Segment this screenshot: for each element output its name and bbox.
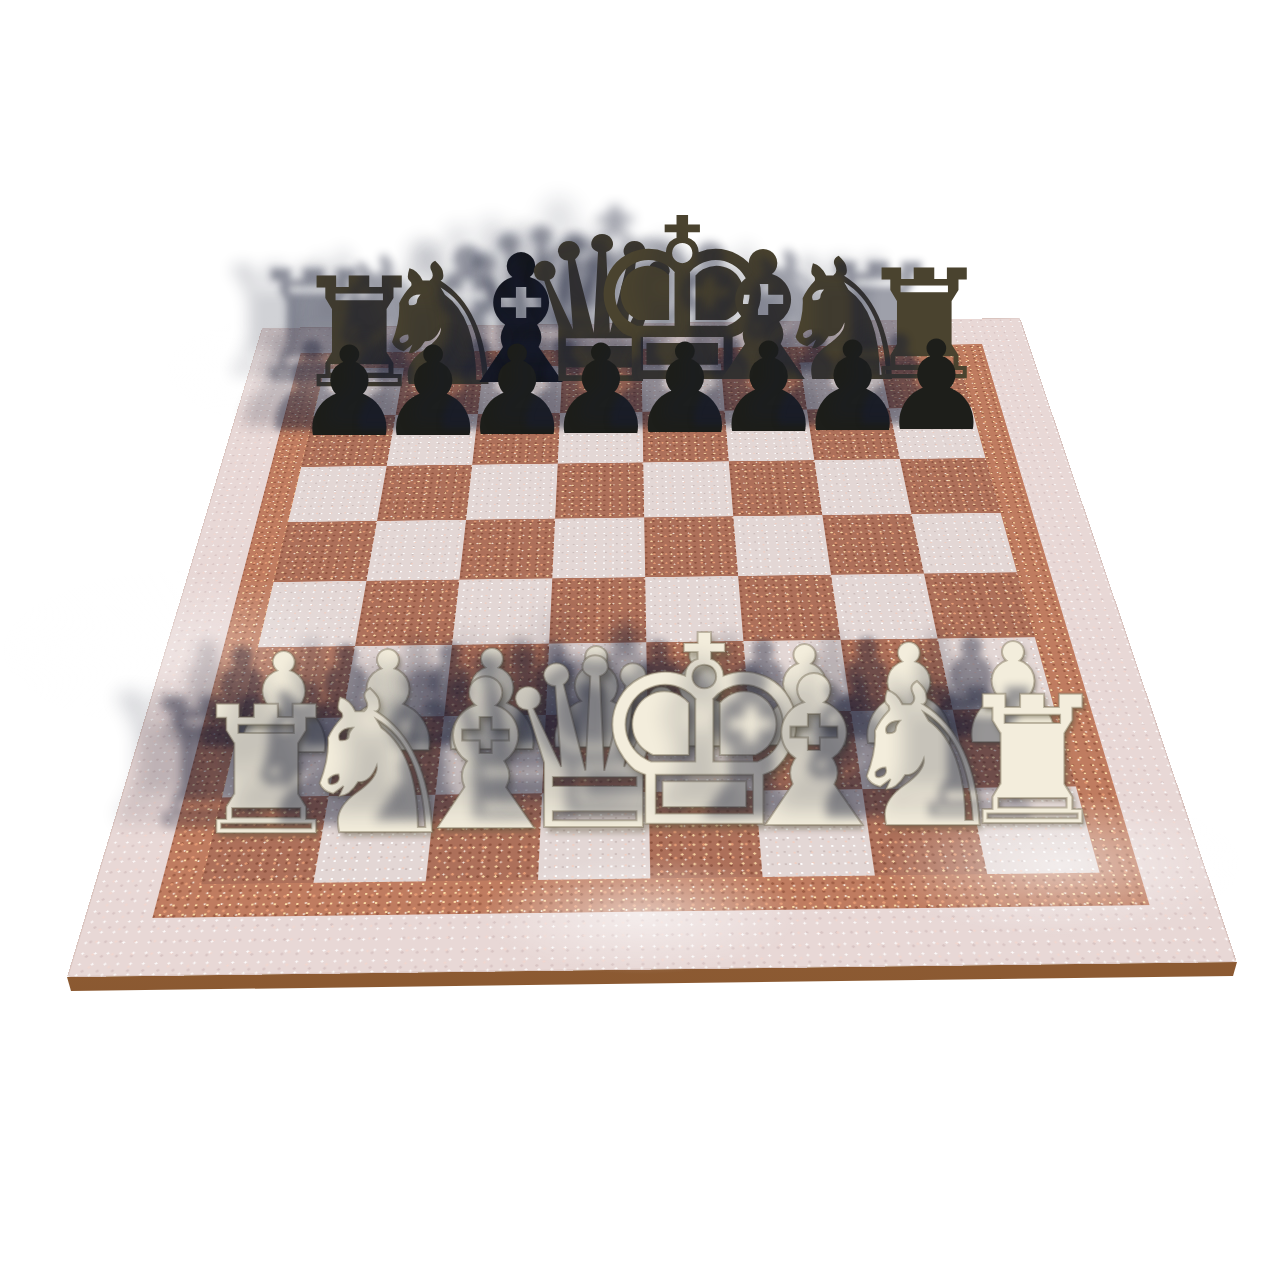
piece-black-pawn-h7[interactable]: ♟ [881, 324, 992, 448]
piece-white-rook-h1[interactable]: ♜ [953, 673, 1112, 850]
chess-photo-stage: ♜♞♝♛♚♝♞♜♟♟♟♟♟♟♟♟♟♟♟♟♟♟♟♟♜♞♝♛♚♝♞♜ [0, 0, 1280, 1280]
pieces-layer: ♜♞♝♛♚♝♞♜♟♟♟♟♟♟♟♟♟♟♟♟♟♟♟♟♜♞♝♛♚♝♞♜ [0, 0, 1280, 1280]
